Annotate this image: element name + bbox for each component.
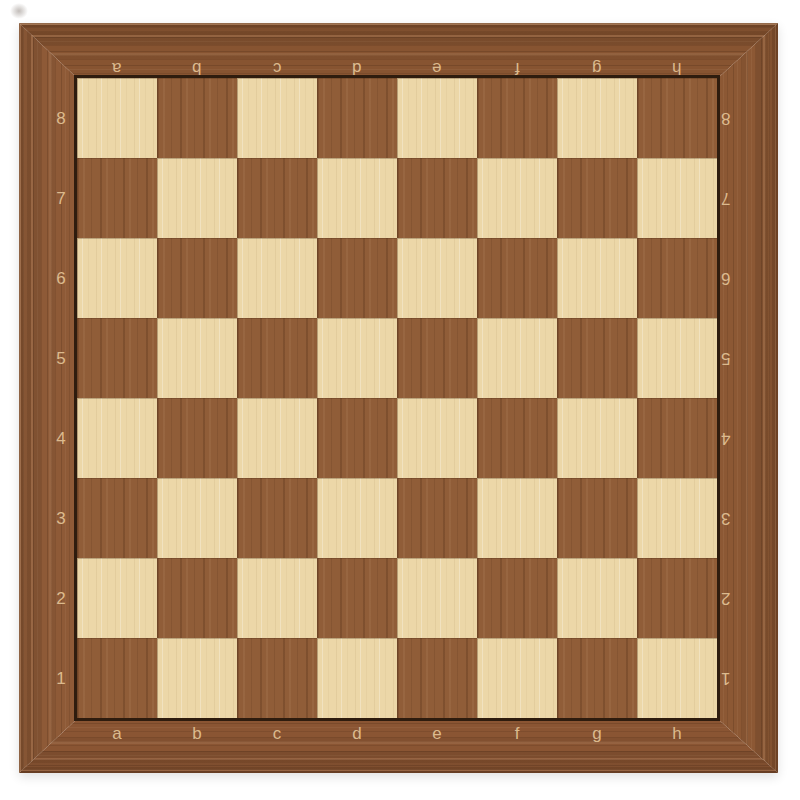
file-label-bottom-h: h	[637, 725, 717, 742]
square-e3[interactable]	[397, 478, 477, 558]
square-b7[interactable]	[157, 158, 237, 238]
rank-label-left-1: 1	[56, 638, 65, 718]
file-label-bottom-b: b	[157, 725, 237, 742]
square-a3[interactable]	[77, 478, 157, 558]
file-label-top-b: b	[157, 60, 237, 77]
square-e2[interactable]	[397, 558, 477, 638]
square-a4[interactable]	[77, 398, 157, 478]
square-h8[interactable]	[637, 78, 717, 158]
file-label-top-a: a	[77, 60, 157, 77]
rank-label-right-4: 4	[721, 398, 730, 478]
file-label-bottom-f: f	[477, 725, 557, 742]
square-g4[interactable]	[557, 398, 637, 478]
file-label-top-e: e	[397, 60, 477, 77]
file-label-bottom-d: d	[317, 725, 397, 742]
board-grid	[77, 78, 717, 718]
board-inlay-border	[74, 75, 720, 721]
square-a8[interactable]	[77, 78, 157, 158]
square-h2[interactable]	[637, 558, 717, 638]
square-a5[interactable]	[77, 318, 157, 398]
file-label-top-c: c	[237, 60, 317, 77]
file-label-top-h: h	[637, 60, 717, 77]
rank-label-left-2: 2	[56, 558, 65, 638]
rank-label-right-6: 6	[721, 238, 730, 318]
square-e4[interactable]	[397, 398, 477, 478]
square-f5[interactable]	[477, 318, 557, 398]
chessboard: abcdefgh abcdefgh 87654321 87654321	[19, 23, 778, 773]
rank-label-left-6: 6	[56, 238, 65, 318]
rank-label-left-5: 5	[56, 318, 65, 398]
square-e5[interactable]	[397, 318, 477, 398]
rank-label-left-3: 3	[56, 478, 65, 558]
square-h6[interactable]	[637, 238, 717, 318]
square-d3[interactable]	[317, 478, 397, 558]
square-c1[interactable]	[237, 638, 317, 718]
square-f4[interactable]	[477, 398, 557, 478]
file-label-bottom-c: c	[237, 725, 317, 742]
square-c3[interactable]	[237, 478, 317, 558]
square-e8[interactable]	[397, 78, 477, 158]
square-b8[interactable]	[157, 78, 237, 158]
square-d1[interactable]	[317, 638, 397, 718]
square-b1[interactable]	[157, 638, 237, 718]
square-a6[interactable]	[77, 238, 157, 318]
square-c8[interactable]	[237, 78, 317, 158]
square-e6[interactable]	[397, 238, 477, 318]
square-f2[interactable]	[477, 558, 557, 638]
square-g6[interactable]	[557, 238, 637, 318]
square-d8[interactable]	[317, 78, 397, 158]
square-c2[interactable]	[237, 558, 317, 638]
photo-smudge-artifact	[10, 3, 28, 19]
rank-label-left-4: 4	[56, 398, 65, 478]
square-h1[interactable]	[637, 638, 717, 718]
square-f7[interactable]	[477, 158, 557, 238]
file-label-top-f: f	[477, 60, 557, 77]
square-c6[interactable]	[237, 238, 317, 318]
square-g3[interactable]	[557, 478, 637, 558]
rank-label-right-3: 3	[721, 478, 730, 558]
square-d5[interactable]	[317, 318, 397, 398]
file-label-bottom-g: g	[557, 725, 637, 742]
square-b5[interactable]	[157, 318, 237, 398]
square-g1[interactable]	[557, 638, 637, 718]
rank-label-left-7: 7	[56, 158, 65, 238]
square-f1[interactable]	[477, 638, 557, 718]
square-c4[interactable]	[237, 398, 317, 478]
square-h7[interactable]	[637, 158, 717, 238]
square-e1[interactable]	[397, 638, 477, 718]
square-c7[interactable]	[237, 158, 317, 238]
square-d7[interactable]	[317, 158, 397, 238]
rank-label-right-2: 2	[721, 558, 730, 638]
square-g8[interactable]	[557, 78, 637, 158]
square-h4[interactable]	[637, 398, 717, 478]
rank-labels-left: 87654321	[50, 78, 72, 718]
square-e7[interactable]	[397, 158, 477, 238]
square-f3[interactable]	[477, 478, 557, 558]
square-a1[interactable]	[77, 638, 157, 718]
square-c5[interactable]	[237, 318, 317, 398]
file-label-top-d: d	[317, 60, 397, 77]
rank-label-right-8: 8	[721, 78, 730, 158]
square-b6[interactable]	[157, 238, 237, 318]
rank-label-left-8: 8	[56, 78, 65, 158]
square-a2[interactable]	[77, 558, 157, 638]
square-f6[interactable]	[477, 238, 557, 318]
square-f8[interactable]	[477, 78, 557, 158]
file-label-bottom-a: a	[77, 725, 157, 742]
square-g2[interactable]	[557, 558, 637, 638]
square-h3[interactable]	[637, 478, 717, 558]
square-d4[interactable]	[317, 398, 397, 478]
square-h5[interactable]	[637, 318, 717, 398]
file-label-bottom-e: e	[397, 725, 477, 742]
square-g7[interactable]	[557, 158, 637, 238]
square-b2[interactable]	[157, 558, 237, 638]
rank-label-right-1: 1	[721, 638, 730, 718]
square-d2[interactable]	[317, 558, 397, 638]
square-a7[interactable]	[77, 158, 157, 238]
file-label-top-g: g	[557, 60, 637, 77]
file-labels-bottom: abcdefgh	[77, 722, 717, 744]
square-d6[interactable]	[317, 238, 397, 318]
rank-label-right-7: 7	[721, 158, 730, 238]
rank-label-right-5: 5	[721, 318, 730, 398]
square-b3[interactable]	[157, 478, 237, 558]
square-b4[interactable]	[157, 398, 237, 478]
square-g5[interactable]	[557, 318, 637, 398]
